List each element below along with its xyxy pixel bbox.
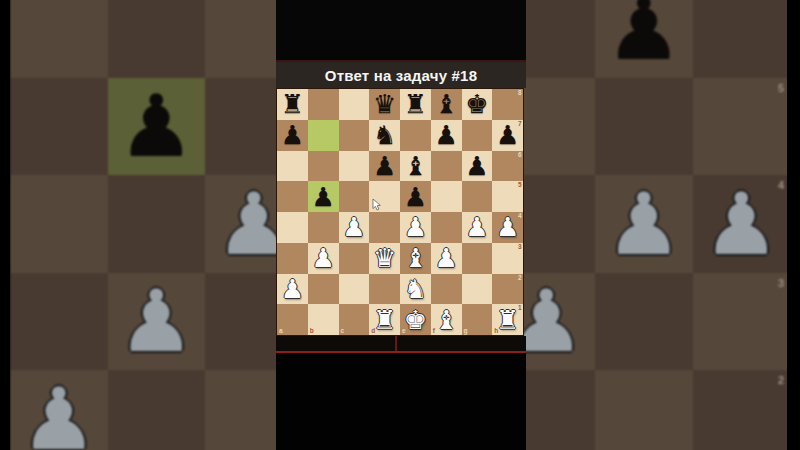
square-h7: ♟7 xyxy=(492,120,523,151)
square-b2 xyxy=(308,274,339,305)
square-h1: ♜1h xyxy=(492,304,523,335)
square-a5 xyxy=(277,181,308,212)
square-h2: 2 xyxy=(693,370,791,450)
square-b1: b xyxy=(308,304,339,335)
square-c4: ♟ xyxy=(339,212,370,243)
square-d2 xyxy=(369,274,400,305)
square-c8 xyxy=(339,89,370,120)
square-a4 xyxy=(10,175,108,273)
piece-black-p-g6: ♟ xyxy=(605,0,682,72)
file-label-c: c xyxy=(341,328,345,335)
square-d6: ♟ xyxy=(369,151,400,182)
piece-white-p-f3: ♟ xyxy=(434,245,457,271)
piece-white-r-d1: ♜ xyxy=(373,307,396,333)
square-h5: 5 xyxy=(693,78,791,176)
video-column: Ответ на задачу #18 ♜♛♜♝♚8♟♞♟♟7♟♝♟6♟♟5♟♟… xyxy=(276,0,526,450)
square-e8: ♜ xyxy=(400,89,431,120)
square-h4: ♟4 xyxy=(693,175,791,273)
square-a2: ♟ xyxy=(10,370,108,450)
square-b6 xyxy=(108,0,206,78)
square-b8 xyxy=(308,89,339,120)
square-f8: ♝ xyxy=(431,89,462,120)
piece-white-p-e4: ♟ xyxy=(404,214,427,240)
piece-white-p-a2: ♟ xyxy=(281,276,304,302)
title-bar: Ответ на задачу #18 xyxy=(276,62,526,88)
square-f6 xyxy=(431,151,462,182)
square-d4 xyxy=(369,212,400,243)
square-a3 xyxy=(277,243,308,274)
rank-label-2: 2 xyxy=(518,275,522,282)
piece-black-p-a7: ♟ xyxy=(281,122,304,148)
piece-black-p-f7: ♟ xyxy=(434,122,457,148)
square-a2: ♟ xyxy=(277,274,308,305)
piece-black-p-d6: ♟ xyxy=(373,153,396,179)
square-h8: 8 xyxy=(492,89,523,120)
square-e5: ♟ xyxy=(400,181,431,212)
square-c1: c xyxy=(339,304,370,335)
piece-white-p-b3: ♟ xyxy=(311,245,334,271)
file-label-g: g xyxy=(464,328,468,335)
piece-black-p-e5: ♟ xyxy=(404,184,427,210)
piece-black-b-e6: ♝ xyxy=(404,153,427,179)
rank-label-6: 6 xyxy=(518,152,522,159)
square-a5 xyxy=(10,78,108,176)
piece-black-n-d7: ♞ xyxy=(373,122,396,148)
file-label-f: f xyxy=(433,328,435,335)
file-label-e: e xyxy=(402,328,406,335)
right-black-bar xyxy=(787,0,800,450)
rank-label-3: 3 xyxy=(518,244,522,251)
square-g4: ♟ xyxy=(595,175,693,273)
piece-black-r-e8: ♜ xyxy=(404,91,427,117)
piece-black-p-b5: ♟ xyxy=(311,184,334,210)
square-a8: ♜ xyxy=(277,89,308,120)
rank-label-8: 8 xyxy=(518,90,522,97)
square-g4: ♟ xyxy=(462,212,493,243)
square-f5 xyxy=(431,181,462,212)
bottom-letterbox xyxy=(276,353,526,450)
square-a6 xyxy=(277,151,308,182)
square-b5: ♟ xyxy=(308,181,339,212)
rank-label-1: 1 xyxy=(518,305,522,312)
square-g2 xyxy=(595,370,693,450)
square-a4 xyxy=(277,212,308,243)
square-f4 xyxy=(431,212,462,243)
rank-label-4: 4 xyxy=(778,179,784,191)
rank-label-7: 7 xyxy=(518,121,522,128)
file-label-a: a xyxy=(279,328,283,335)
rank-label-2: 2 xyxy=(778,374,784,386)
square-c6 xyxy=(339,151,370,182)
square-a1: a xyxy=(277,304,308,335)
square-b3: ♟ xyxy=(308,243,339,274)
piece-white-b-f1: ♝ xyxy=(434,307,457,333)
square-e3: ♝ xyxy=(400,243,431,274)
square-c3 xyxy=(339,243,370,274)
mouse-cursor-icon xyxy=(372,199,382,211)
square-h3: 3 xyxy=(693,273,791,371)
square-g2 xyxy=(462,274,493,305)
square-f2 xyxy=(431,274,462,305)
piece-white-p-g4: ♟ xyxy=(605,181,682,267)
piece-black-k-g8: ♚ xyxy=(465,91,488,117)
bottom-strip xyxy=(276,336,526,351)
piece-white-p-g4: ♟ xyxy=(465,214,488,240)
piece-black-r-a8: ♜ xyxy=(281,91,304,117)
square-d8: ♛ xyxy=(369,89,400,120)
square-f3: ♟ xyxy=(431,243,462,274)
square-h6: 6 xyxy=(492,151,523,182)
square-b4 xyxy=(108,175,206,273)
square-h2: 2 xyxy=(492,274,523,305)
square-c5 xyxy=(339,181,370,212)
square-g6: ♟ xyxy=(462,151,493,182)
square-g7 xyxy=(462,120,493,151)
rank-label-5: 5 xyxy=(518,182,522,189)
square-b4 xyxy=(308,212,339,243)
square-e4: ♟ xyxy=(400,212,431,243)
rank-label-3: 3 xyxy=(778,277,784,289)
puzzle-title: Ответ на задачу #18 xyxy=(325,67,477,84)
square-h4: ♟4 xyxy=(492,212,523,243)
file-label-h: h xyxy=(494,328,498,335)
square-b3: ♟ xyxy=(108,273,206,371)
square-d3: ♛ xyxy=(369,243,400,274)
rank-label-5: 5 xyxy=(778,82,784,94)
square-g5 xyxy=(462,181,493,212)
square-d7: ♞ xyxy=(369,120,400,151)
video-player[interactable]: ♜♛♜♝♚8♟♞♟♟7♟♝♟6♟♟5♟♟♟♟4♟♛♝♟3♟♞2abc♜d♚e♝f… xyxy=(0,0,800,450)
square-b6 xyxy=(308,151,339,182)
square-a7: ♟ xyxy=(277,120,308,151)
rank-label-4: 4 xyxy=(518,213,522,220)
square-b5: ♟ xyxy=(108,78,206,176)
square-a6 xyxy=(10,0,108,78)
top-letterbox xyxy=(276,0,526,60)
piece-white-q-d3: ♛ xyxy=(373,245,396,271)
square-f1: ♝f xyxy=(431,304,462,335)
piece-white-p-c4: ♟ xyxy=(342,214,365,240)
square-b2 xyxy=(108,370,206,450)
piece-white-p-b3: ♟ xyxy=(118,278,195,364)
piece-white-n-e2: ♞ xyxy=(404,276,427,302)
square-g6: ♟ xyxy=(595,0,693,78)
piece-black-p-h7: ♟ xyxy=(496,122,519,148)
red-vertical-tick xyxy=(395,336,397,351)
square-e6: ♝ xyxy=(400,151,431,182)
square-h3: 3 xyxy=(492,243,523,274)
square-b7 xyxy=(308,120,339,151)
square-h5: 5 xyxy=(492,181,523,212)
square-c2 xyxy=(339,274,370,305)
square-g1: g xyxy=(462,304,493,335)
square-g3 xyxy=(595,273,693,371)
piece-white-p-h4: ♟ xyxy=(703,181,780,267)
chess-board: ♜♛♜♝♚8♟♞♟♟7♟♝♟6♟♟5♟♟♟♟4♟♛♝♟3♟♞2abc♜d♚e♝f… xyxy=(276,88,524,336)
piece-black-b-f8: ♝ xyxy=(434,91,457,117)
file-label-d: d xyxy=(371,328,375,335)
piece-white-p-h4: ♟ xyxy=(496,214,519,240)
piece-white-k-e1: ♚ xyxy=(404,307,427,333)
square-g8: ♚ xyxy=(462,89,493,120)
square-e1: ♚e xyxy=(400,304,431,335)
square-c7 xyxy=(339,120,370,151)
square-h6: 6 xyxy=(693,0,791,78)
left-black-bar xyxy=(0,0,10,450)
square-e2: ♞ xyxy=(400,274,431,305)
piece-black-p-g6: ♟ xyxy=(465,153,488,179)
square-g5 xyxy=(595,78,693,176)
square-e7 xyxy=(400,120,431,151)
piece-white-b-e3: ♝ xyxy=(404,245,427,271)
square-f7: ♟ xyxy=(431,120,462,151)
piece-black-q-d8: ♛ xyxy=(373,91,396,117)
piece-black-p-b5: ♟ xyxy=(118,83,195,169)
piece-white-r-h1: ♜ xyxy=(496,307,519,333)
piece-white-p-a2: ♟ xyxy=(20,376,97,450)
square-d1: ♜d xyxy=(369,304,400,335)
file-label-b: b xyxy=(310,328,314,335)
square-g3 xyxy=(462,243,493,274)
square-a3 xyxy=(10,273,108,371)
